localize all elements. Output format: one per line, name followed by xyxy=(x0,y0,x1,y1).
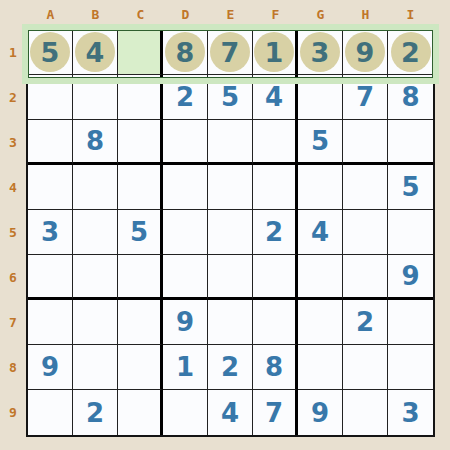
col-label-F: F xyxy=(253,7,298,28)
cell-I8[interactable] xyxy=(388,345,433,390)
cell-A2[interactable] xyxy=(28,75,73,120)
cell-H1[interactable]: 9 xyxy=(343,30,388,75)
cell-G1[interactable]: 3 xyxy=(298,30,343,75)
row-label-7: 7 xyxy=(0,300,26,345)
cell-G2[interactable] xyxy=(298,75,343,120)
cell-A5[interactable]: 3 xyxy=(28,210,73,255)
cell-D8[interactable]: 1 xyxy=(163,345,208,390)
cell-F7[interactable] xyxy=(253,300,298,345)
row-labels: 123456789 xyxy=(0,30,26,435)
cell-G8[interactable] xyxy=(298,345,343,390)
row-label-1: 1 xyxy=(0,30,26,75)
cell-C8[interactable] xyxy=(118,345,163,390)
cell-H5[interactable] xyxy=(343,210,388,255)
cell-H7[interactable]: 2 xyxy=(343,300,388,345)
row-label-3: 3 xyxy=(0,120,26,165)
cell-E6[interactable] xyxy=(208,255,253,300)
cell-E9[interactable]: 4 xyxy=(208,390,253,435)
cell-B8[interactable] xyxy=(73,345,118,390)
cell-E5[interactable] xyxy=(208,210,253,255)
cell-B6[interactable] xyxy=(73,255,118,300)
cell-A7[interactable] xyxy=(28,300,73,345)
cell-I1[interactable]: 2 xyxy=(388,30,433,75)
col-label-E: E xyxy=(208,7,253,28)
col-label-G: G xyxy=(298,7,343,28)
cell-C3[interactable] xyxy=(118,120,163,165)
cell-B5[interactable] xyxy=(73,210,118,255)
given-circle: 8 xyxy=(165,32,205,72)
cell-A8[interactable]: 9 xyxy=(28,345,73,390)
cell-G3[interactable]: 5 xyxy=(298,120,343,165)
sudoku-page: { "game": "sudoku", "position": "54.8713… xyxy=(0,0,450,450)
cell-A3[interactable] xyxy=(28,120,73,165)
cell-I7[interactable] xyxy=(388,300,433,345)
cell-B2[interactable] xyxy=(73,75,118,120)
row-label-9: 9 xyxy=(0,390,26,435)
cell-I9[interactable]: 3 xyxy=(388,390,433,435)
cell-A1[interactable]: 5 xyxy=(28,30,73,75)
cell-H9[interactable] xyxy=(343,390,388,435)
given-circle: 9 xyxy=(345,32,385,72)
cell-B9[interactable]: 2 xyxy=(73,390,118,435)
cell-I4[interactable]: 5 xyxy=(388,165,433,210)
col-label-B: B xyxy=(73,7,118,28)
row-label-5: 5 xyxy=(0,210,26,255)
cell-C4[interactable] xyxy=(118,165,163,210)
cell-C2[interactable] xyxy=(118,75,163,120)
cell-D7[interactable]: 9 xyxy=(163,300,208,345)
cell-C1[interactable] xyxy=(118,30,163,75)
col-label-D: D xyxy=(163,7,208,28)
cell-E7[interactable] xyxy=(208,300,253,345)
cell-I2[interactable]: 8 xyxy=(388,75,433,120)
column-labels: ABCDEFGHI xyxy=(28,0,433,28)
cell-B4[interactable] xyxy=(73,165,118,210)
cell-E8[interactable]: 2 xyxy=(208,345,253,390)
cell-E3[interactable] xyxy=(208,120,253,165)
given-circle: 1 xyxy=(254,32,294,72)
cell-H2[interactable]: 7 xyxy=(343,75,388,120)
row-label-8: 8 xyxy=(0,345,26,390)
cell-G5[interactable]: 4 xyxy=(298,210,343,255)
given-circle: 5 xyxy=(30,32,70,72)
cell-I5[interactable] xyxy=(388,210,433,255)
cell-F6[interactable] xyxy=(253,255,298,300)
cell-E4[interactable] xyxy=(208,165,253,210)
cell-B1[interactable]: 4 xyxy=(73,30,118,75)
cell-E2[interactable]: 5 xyxy=(208,75,253,120)
row-label-6: 6 xyxy=(0,255,26,300)
cell-D5[interactable] xyxy=(163,210,208,255)
col-label-C: C xyxy=(118,7,163,28)
cell-F5[interactable]: 2 xyxy=(253,210,298,255)
cell-G9[interactable]: 9 xyxy=(298,390,343,435)
cell-H3[interactable] xyxy=(343,120,388,165)
cell-D1[interactable]: 8 xyxy=(163,30,208,75)
cell-F8[interactable]: 8 xyxy=(253,345,298,390)
cell-I6[interactable]: 9 xyxy=(388,255,433,300)
col-label-I: I xyxy=(388,7,433,28)
sudoku-board: 54871392254788553524992912824793 xyxy=(26,28,435,437)
cell-F9[interactable]: 7 xyxy=(253,390,298,435)
cell-D9[interactable] xyxy=(163,390,208,435)
cell-E1[interactable]: 7 xyxy=(208,30,253,75)
cell-F4[interactable] xyxy=(253,165,298,210)
cell-I3[interactable] xyxy=(388,120,433,165)
given-circle: 4 xyxy=(75,32,115,72)
cell-A9[interactable] xyxy=(28,390,73,435)
cell-B7[interactable] xyxy=(73,300,118,345)
cell-F3[interactable] xyxy=(253,120,298,165)
cell-G4[interactable] xyxy=(298,165,343,210)
row-label-2: 2 xyxy=(0,75,26,120)
cell-D6[interactable] xyxy=(163,255,208,300)
cell-D2[interactable]: 2 xyxy=(163,75,208,120)
cell-G6[interactable] xyxy=(298,255,343,300)
given-circle: 2 xyxy=(391,32,431,72)
col-label-H: H xyxy=(343,7,388,28)
given-circle: 7 xyxy=(210,32,250,72)
cell-B3[interactable]: 8 xyxy=(73,120,118,165)
cell-C7[interactable] xyxy=(118,300,163,345)
col-label-A: A xyxy=(28,7,73,28)
cell-F2[interactable]: 4 xyxy=(253,75,298,120)
cell-H4[interactable] xyxy=(343,165,388,210)
cell-A6[interactable] xyxy=(28,255,73,300)
cell-C6[interactable] xyxy=(118,255,163,300)
cell-A4[interactable] xyxy=(28,165,73,210)
cell-C5[interactable]: 5 xyxy=(118,210,163,255)
given-circle: 3 xyxy=(300,32,340,72)
cell-G7[interactable] xyxy=(298,300,343,345)
cell-D3[interactable] xyxy=(163,120,208,165)
cell-D4[interactable] xyxy=(163,165,208,210)
cell-F1[interactable]: 1 xyxy=(253,30,298,75)
row-label-4: 4 xyxy=(0,165,26,210)
cell-C9[interactable] xyxy=(118,390,163,435)
cell-H8[interactable] xyxy=(343,345,388,390)
cell-H6[interactable] xyxy=(343,255,388,300)
